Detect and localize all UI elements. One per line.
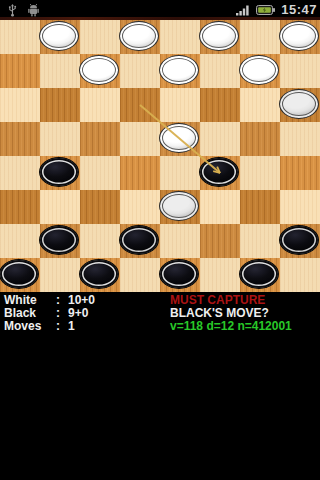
white-piece[interactable]	[159, 191, 199, 221]
square-r5c1[interactable]	[40, 190, 80, 224]
square-r4c5[interactable]	[200, 156, 240, 190]
white-piece[interactable]	[39, 21, 79, 51]
status-bar-right: 15:47	[236, 0, 317, 17]
square-r5c6[interactable]	[240, 190, 280, 224]
black-piece[interactable]	[79, 259, 119, 289]
black-piece[interactable]	[119, 225, 159, 255]
checkers-board[interactable]	[0, 20, 320, 292]
square-r0c4[interactable]	[160, 20, 200, 54]
usb-icon	[7, 3, 18, 17]
black-piece[interactable]	[39, 157, 79, 187]
square-r2c5[interactable]	[200, 88, 240, 122]
battery-icon	[256, 4, 276, 16]
black-piece[interactable]	[239, 259, 279, 289]
square-r4c1[interactable]	[40, 156, 80, 190]
square-r1c7[interactable]	[280, 54, 320, 88]
square-r3c5[interactable]	[200, 122, 240, 156]
square-r0c0[interactable]	[0, 20, 40, 54]
status-bar: 15:47	[0, 0, 320, 17]
square-r1c2[interactable]	[80, 54, 120, 88]
square-r5c4[interactable]	[160, 190, 200, 224]
square-r3c4[interactable]	[160, 122, 200, 156]
square-r1c1[interactable]	[40, 54, 80, 88]
black-piece[interactable]	[159, 259, 199, 289]
square-r4c2[interactable]	[80, 156, 120, 190]
square-r5c3[interactable]	[120, 190, 160, 224]
square-r1c6[interactable]	[240, 54, 280, 88]
white-piece[interactable]	[239, 55, 279, 85]
android-icon	[27, 3, 40, 17]
square-r2c1[interactable]	[40, 88, 80, 122]
square-r7c3[interactable]	[120, 258, 160, 292]
square-r1c3[interactable]	[120, 54, 160, 88]
square-r3c3[interactable]	[120, 122, 160, 156]
square-r2c2[interactable]	[80, 88, 120, 122]
engine-stats: v=118 d=12 n=412001	[170, 320, 292, 333]
white-piece[interactable]	[279, 89, 319, 119]
square-r3c7[interactable]	[280, 122, 320, 156]
square-r2c4[interactable]	[160, 88, 200, 122]
square-r7c6[interactable]	[240, 258, 280, 292]
black-piece[interactable]	[0, 259, 39, 289]
moves-count-value: 1	[68, 320, 75, 333]
status-bar-left	[3, 1, 40, 17]
square-r0c5[interactable]	[200, 20, 240, 54]
moves-count-colon: :	[56, 320, 66, 333]
white-piece[interactable]	[79, 55, 119, 85]
square-r7c1[interactable]	[40, 258, 80, 292]
white-piece[interactable]	[279, 21, 319, 51]
square-r3c0[interactable]	[0, 122, 40, 156]
square-r0c1[interactable]	[40, 20, 80, 54]
square-r2c6[interactable]	[240, 88, 280, 122]
square-r0c2[interactable]	[80, 20, 120, 54]
square-r2c7[interactable]	[280, 88, 320, 122]
square-r6c6[interactable]	[240, 224, 280, 258]
square-r1c0[interactable]	[0, 54, 40, 88]
square-r4c0[interactable]	[0, 156, 40, 190]
white-piece[interactable]	[199, 21, 239, 51]
square-r7c7[interactable]	[280, 258, 320, 292]
square-r4c3[interactable]	[120, 156, 160, 190]
square-r5c5[interactable]	[200, 190, 240, 224]
square-r3c6[interactable]	[240, 122, 280, 156]
black-piece[interactable]	[279, 225, 319, 255]
square-r0c7[interactable]	[280, 20, 320, 54]
square-r0c6[interactable]	[240, 20, 280, 54]
square-r1c4[interactable]	[160, 54, 200, 88]
square-r5c0[interactable]	[0, 190, 40, 224]
white-piece[interactable]	[159, 55, 199, 85]
square-r6c2[interactable]	[80, 224, 120, 258]
square-r6c7[interactable]	[280, 224, 320, 258]
square-r2c3[interactable]	[120, 88, 160, 122]
square-r2c0[interactable]	[0, 88, 40, 122]
square-r6c5[interactable]	[200, 224, 240, 258]
square-r3c2[interactable]	[80, 122, 120, 156]
square-r1c5[interactable]	[200, 54, 240, 88]
square-r5c7[interactable]	[280, 190, 320, 224]
signal-icon	[236, 4, 251, 16]
square-r5c2[interactable]	[80, 190, 120, 224]
square-r7c2[interactable]	[80, 258, 120, 292]
black-piece[interactable]	[39, 225, 79, 255]
white-piece[interactable]	[119, 21, 159, 51]
white-piece[interactable]	[159, 123, 199, 153]
square-r0c3[interactable]	[120, 20, 160, 54]
square-r3c1[interactable]	[40, 122, 80, 156]
square-r4c7[interactable]	[280, 156, 320, 190]
square-r4c4[interactable]	[160, 156, 200, 190]
square-r6c0[interactable]	[0, 224, 40, 258]
square-r7c5[interactable]	[200, 258, 240, 292]
moves-count-label: Moves	[4, 320, 56, 333]
game-status-panel: White : 10+0 Black : 9+0 Moves : 1 MUST …	[0, 292, 320, 480]
square-r6c4[interactable]	[160, 224, 200, 258]
square-r7c4[interactable]	[160, 258, 200, 292]
square-r6c1[interactable]	[40, 224, 80, 258]
square-r7c0[interactable]	[0, 258, 40, 292]
phone-screen: 15:47 White : 10+0 Black : 9+0 Moves : 1	[0, 0, 320, 480]
clock: 15:47	[281, 2, 317, 17]
engine-block: MUST CAPTURE BLACK'S MOVE? v=118 d=12 n=…	[170, 294, 292, 333]
square-r6c3[interactable]	[120, 224, 160, 258]
square-r4c6[interactable]	[240, 156, 280, 190]
black-piece[interactable]	[199, 157, 239, 187]
